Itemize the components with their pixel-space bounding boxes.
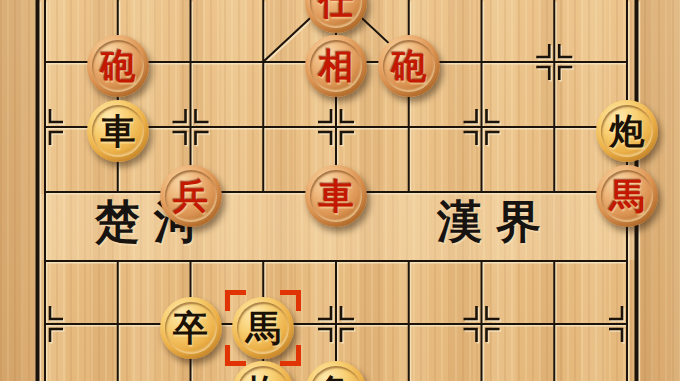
piece-black-cannon[interactable]: 炮 — [232, 361, 294, 381]
piece-red-chariot[interactable]: 車 — [305, 165, 367, 227]
piece-character: 象 — [305, 361, 367, 381]
piece-black-horse[interactable]: 馬 — [232, 297, 294, 359]
piece-character: 炮 — [232, 361, 294, 381]
xiangqi-board[interactable]: 楚河 漢界 仕砲相砲車炮兵車馬卒馬炮象 — [0, 0, 680, 381]
selection-bracket-tr — [280, 290, 301, 311]
piece-red-soldier[interactable]: 兵 — [160, 165, 222, 227]
selection-bracket-tl — [225, 290, 246, 311]
piece-character: 相 — [305, 35, 367, 97]
piece-character: 炮 — [596, 100, 658, 162]
piece-red-cannon[interactable]: 砲 — [378, 35, 440, 97]
river-label-han-jie: 漢界 — [437, 199, 555, 244]
piece-red-horse[interactable]: 馬 — [596, 165, 658, 227]
piece-black-chariot[interactable]: 車 — [87, 100, 149, 162]
piece-character: 兵 — [160, 165, 222, 227]
piece-character: 馬 — [596, 165, 658, 227]
piece-red-advisor[interactable]: 仕 — [305, 0, 367, 33]
piece-character: 卒 — [160, 297, 222, 359]
piece-red-elephant[interactable]: 相 — [305, 35, 367, 97]
piece-character: 車 — [87, 100, 149, 162]
piece-character: 砲 — [378, 35, 440, 97]
piece-character: 車 — [305, 165, 367, 227]
piece-black-elephant[interactable]: 象 — [305, 361, 367, 381]
piece-character: 仕 — [305, 0, 367, 33]
piece-character: 砲 — [87, 35, 149, 97]
piece-red-cannon[interactable]: 砲 — [87, 35, 149, 97]
piece-black-soldier[interactable]: 卒 — [160, 297, 222, 359]
piece-black-cannon[interactable]: 炮 — [596, 100, 658, 162]
